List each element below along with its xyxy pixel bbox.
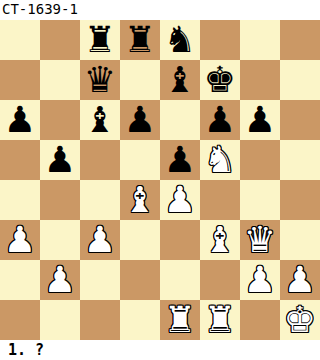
square-b7[interactable] <box>40 60 80 100</box>
piece-black-pawn: ♟ <box>204 100 236 140</box>
square-a7[interactable] <box>0 60 40 100</box>
piece-white-pawn: ♟ <box>4 220 36 260</box>
piece-black-bishop: ♝ <box>164 60 196 100</box>
square-g1[interactable] <box>240 300 280 340</box>
square-e7[interactable]: ♝ <box>160 60 200 100</box>
square-f2[interactable] <box>200 260 240 300</box>
square-e5[interactable]: ♟ <box>160 140 200 180</box>
square-c3[interactable]: ♟ <box>80 220 120 260</box>
square-b8[interactable] <box>40 20 80 60</box>
square-d1[interactable] <box>120 300 160 340</box>
square-a8[interactable] <box>0 20 40 60</box>
square-c6[interactable]: ♝ <box>80 100 120 140</box>
square-a5[interactable] <box>0 140 40 180</box>
square-e6[interactable] <box>160 100 200 140</box>
square-h2[interactable]: ♟ <box>280 260 320 300</box>
square-g5[interactable] <box>240 140 280 180</box>
piece-white-queen: ♛ <box>244 220 276 260</box>
square-f4[interactable] <box>200 180 240 220</box>
square-d5[interactable] <box>120 140 160 180</box>
square-b5[interactable]: ♟ <box>40 140 80 180</box>
piece-black-pawn: ♟ <box>44 140 76 180</box>
square-h3[interactable] <box>280 220 320 260</box>
piece-white-bishop: ♝ <box>204 220 236 260</box>
move-prompt: 1. ? <box>0 340 320 360</box>
square-g4[interactable] <box>240 180 280 220</box>
piece-white-pawn: ♟ <box>284 260 316 300</box>
square-g8[interactable] <box>240 20 280 60</box>
piece-white-pawn: ♟ <box>244 260 276 300</box>
square-a4[interactable] <box>0 180 40 220</box>
square-g2[interactable]: ♟ <box>240 260 280 300</box>
square-d4[interactable]: ♝ <box>120 180 160 220</box>
square-d8[interactable]: ♜ <box>120 20 160 60</box>
square-h5[interactable] <box>280 140 320 180</box>
square-b2[interactable]: ♟ <box>40 260 80 300</box>
chess-board: ♜♜♞♛♝♚♟♝♟♟♟♟♟♞♝♟♟♟♝♛♟♟♟♜♜♚ <box>0 20 320 340</box>
piece-black-rook: ♜ <box>84 20 116 60</box>
square-f5[interactable]: ♞ <box>200 140 240 180</box>
square-c1[interactable] <box>80 300 120 340</box>
square-c5[interactable] <box>80 140 120 180</box>
puzzle-title: CT-1639-1 <box>0 0 320 20</box>
piece-black-rook: ♜ <box>124 20 156 60</box>
piece-black-knight: ♞ <box>164 20 196 60</box>
square-c8[interactable]: ♜ <box>80 20 120 60</box>
piece-black-king: ♚ <box>204 60 236 100</box>
square-a1[interactable] <box>0 300 40 340</box>
square-c2[interactable] <box>80 260 120 300</box>
piece-white-king: ♚ <box>284 300 316 340</box>
piece-white-pawn: ♟ <box>164 180 196 220</box>
square-a6[interactable]: ♟ <box>0 100 40 140</box>
square-a2[interactable] <box>0 260 40 300</box>
square-h4[interactable] <box>280 180 320 220</box>
square-g3[interactable]: ♛ <box>240 220 280 260</box>
piece-black-pawn: ♟ <box>244 100 276 140</box>
piece-white-knight: ♞ <box>204 140 236 180</box>
square-c7[interactable]: ♛ <box>80 60 120 100</box>
piece-black-pawn: ♟ <box>4 100 36 140</box>
square-a3[interactable]: ♟ <box>0 220 40 260</box>
square-f8[interactable] <box>200 20 240 60</box>
square-f6[interactable]: ♟ <box>200 100 240 140</box>
square-b3[interactable] <box>40 220 80 260</box>
square-e2[interactable] <box>160 260 200 300</box>
square-e1[interactable]: ♜ <box>160 300 200 340</box>
square-d6[interactable]: ♟ <box>120 100 160 140</box>
square-d7[interactable] <box>120 60 160 100</box>
square-b6[interactable] <box>40 100 80 140</box>
piece-white-pawn: ♟ <box>84 220 116 260</box>
piece-black-pawn: ♟ <box>124 100 156 140</box>
square-b4[interactable] <box>40 180 80 220</box>
square-h6[interactable] <box>280 100 320 140</box>
piece-white-rook: ♜ <box>164 300 196 340</box>
square-e8[interactable]: ♞ <box>160 20 200 60</box>
square-e4[interactable]: ♟ <box>160 180 200 220</box>
square-b1[interactable] <box>40 300 80 340</box>
square-f3[interactable]: ♝ <box>200 220 240 260</box>
piece-white-rook: ♜ <box>204 300 236 340</box>
square-h1[interactable]: ♚ <box>280 300 320 340</box>
piece-black-bishop: ♝ <box>84 100 116 140</box>
square-d2[interactable] <box>120 260 160 300</box>
piece-white-bishop: ♝ <box>124 180 156 220</box>
square-c4[interactable] <box>80 180 120 220</box>
square-f7[interactable]: ♚ <box>200 60 240 100</box>
square-h8[interactable] <box>280 20 320 60</box>
piece-black-pawn: ♟ <box>164 140 196 180</box>
square-f1[interactable]: ♜ <box>200 300 240 340</box>
piece-white-pawn: ♟ <box>44 260 76 300</box>
square-d3[interactable] <box>120 220 160 260</box>
square-h7[interactable] <box>280 60 320 100</box>
square-g6[interactable]: ♟ <box>240 100 280 140</box>
piece-black-queen: ♛ <box>84 60 116 100</box>
square-e3[interactable] <box>160 220 200 260</box>
square-g7[interactable] <box>240 60 280 100</box>
